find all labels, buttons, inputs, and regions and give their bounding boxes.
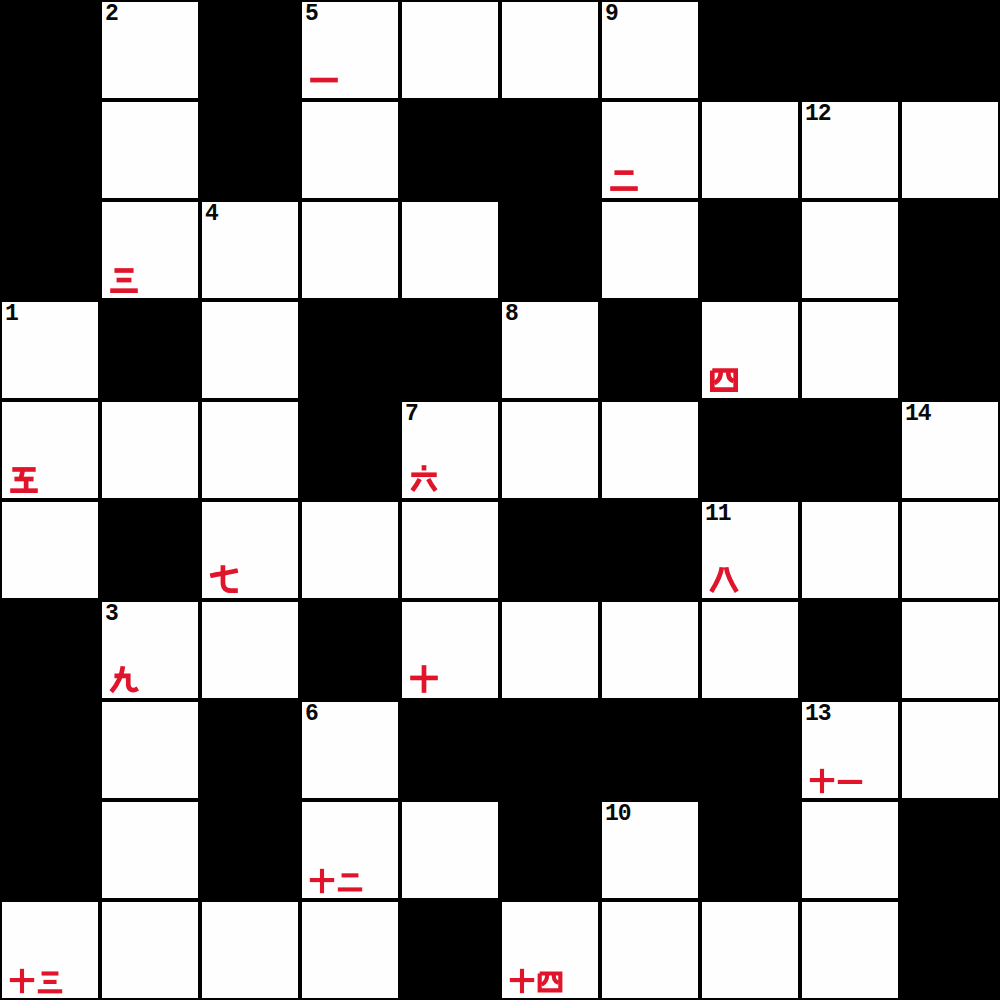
answer-cell[interactable] <box>600 200 700 300</box>
black-cell <box>200 100 300 200</box>
black-cell <box>800 0 900 100</box>
black-cell <box>200 0 300 100</box>
answer-cell[interactable]: 11 <box>700 500 800 600</box>
black-cell <box>0 100 100 200</box>
answer-cell[interactable] <box>100 100 200 200</box>
clue-number: 2 <box>105 2 118 26</box>
answer-cell[interactable]: 8 <box>500 300 600 400</box>
black-cell <box>500 200 600 300</box>
answer-cell[interactable] <box>300 800 400 900</box>
answer-cell[interactable] <box>200 300 300 400</box>
black-cell <box>800 600 900 700</box>
red-chinese-number <box>107 262 141 296</box>
answer-cell[interactable] <box>700 300 800 400</box>
clue-number: 7 <box>405 402 418 426</box>
black-cell <box>0 200 100 300</box>
answer-cell[interactable]: 3 <box>100 600 200 700</box>
black-cell <box>900 200 1000 300</box>
clue-number: 6 <box>305 702 318 726</box>
black-cell <box>500 100 600 200</box>
black-cell <box>300 300 400 400</box>
answer-cell[interactable] <box>100 800 200 900</box>
answer-cell[interactable]: 2 <box>100 0 200 100</box>
answer-cell[interactable]: 6 <box>300 700 400 800</box>
clue-number: 8 <box>505 302 518 326</box>
black-cell <box>600 700 700 800</box>
clue-number: 11 <box>705 502 731 526</box>
red-chinese-number <box>107 662 141 696</box>
red-chinese-number <box>507 966 565 996</box>
answer-cell[interactable] <box>200 400 300 500</box>
answer-cell[interactable] <box>800 900 900 1000</box>
red-chinese-number <box>7 462 41 496</box>
red-chinese-number <box>707 562 741 596</box>
black-cell <box>100 300 200 400</box>
black-cell <box>900 300 1000 400</box>
answer-cell[interactable] <box>400 500 500 600</box>
answer-cell[interactable] <box>500 600 600 700</box>
answer-cell[interactable] <box>800 800 900 900</box>
red-chinese-number <box>607 162 641 196</box>
black-cell <box>500 800 600 900</box>
answer-cell[interactable] <box>400 0 500 100</box>
crossword-board: 2591241871411361310 <box>0 0 1000 1000</box>
black-cell <box>400 300 500 400</box>
red-chinese-number <box>707 362 741 396</box>
black-cell <box>400 900 500 1000</box>
clue-number: 1 <box>5 302 18 326</box>
black-cell <box>600 500 700 600</box>
answer-cell[interactable]: 9 <box>600 0 700 100</box>
black-cell <box>400 100 500 200</box>
clue-number: 13 <box>805 702 831 726</box>
answer-cell[interactable]: 5 <box>300 0 400 100</box>
answer-cell[interactable] <box>0 400 100 500</box>
black-cell <box>300 600 400 700</box>
answer-cell[interactable] <box>600 600 700 700</box>
black-cell <box>700 700 800 800</box>
answer-cell[interactable] <box>200 900 300 1000</box>
black-cell <box>500 500 600 600</box>
black-cell <box>600 300 700 400</box>
answer-cell[interactable] <box>700 900 800 1000</box>
answer-cell[interactable] <box>100 700 200 800</box>
black-cell <box>900 800 1000 900</box>
red-chinese-number <box>407 662 441 696</box>
answer-cell[interactable] <box>900 600 1000 700</box>
black-cell <box>200 800 300 900</box>
answer-cell[interactable] <box>400 600 500 700</box>
answer-cell[interactable] <box>400 800 500 900</box>
answer-cell[interactable]: 12 <box>800 100 900 200</box>
clue-number: 4 <box>205 202 218 226</box>
answer-cell[interactable]: 7 <box>400 400 500 500</box>
answer-cell[interactable] <box>300 200 400 300</box>
red-chinese-number <box>307 62 341 96</box>
red-chinese-number <box>407 462 441 496</box>
black-cell <box>200 700 300 800</box>
answer-cell[interactable] <box>300 500 400 600</box>
answer-cell[interactable] <box>200 600 300 700</box>
answer-cell[interactable] <box>700 100 800 200</box>
black-cell <box>0 0 100 100</box>
answer-cell[interactable] <box>400 200 500 300</box>
answer-cell[interactable] <box>100 400 200 500</box>
answer-cell[interactable] <box>500 0 600 100</box>
answer-cell[interactable] <box>600 400 700 500</box>
answer-cell[interactable] <box>300 900 400 1000</box>
black-cell <box>100 500 200 600</box>
answer-cell[interactable] <box>0 500 100 600</box>
answer-cell[interactable] <box>300 100 400 200</box>
black-cell <box>900 900 1000 1000</box>
answer-cell[interactable] <box>900 100 1000 200</box>
answer-cell[interactable] <box>800 500 900 600</box>
red-chinese-number <box>207 562 241 596</box>
black-cell <box>800 400 900 500</box>
black-cell <box>700 400 800 500</box>
clue-number: 3 <box>105 602 118 626</box>
clue-number: 12 <box>805 102 831 126</box>
black-cell <box>0 800 100 900</box>
answer-cell[interactable] <box>500 900 600 1000</box>
answer-cell[interactable] <box>100 900 200 1000</box>
answer-cell[interactable]: 1 <box>0 300 100 400</box>
answer-cell[interactable]: 14 <box>900 400 1000 500</box>
answer-cell[interactable] <box>900 500 1000 600</box>
black-cell <box>300 400 400 500</box>
answer-cell[interactable]: 10 <box>600 800 700 900</box>
answer-cell[interactable] <box>600 100 700 200</box>
black-cell <box>700 800 800 900</box>
red-chinese-number <box>7 966 65 996</box>
black-cell <box>700 200 800 300</box>
answer-cell[interactable] <box>900 700 1000 800</box>
black-cell <box>0 700 100 800</box>
clue-number: 10 <box>605 802 631 826</box>
red-chinese-number <box>807 766 865 796</box>
answer-cell[interactable] <box>500 400 600 500</box>
answer-cell[interactable]: 4 <box>200 200 300 300</box>
answer-cell[interactable] <box>700 600 800 700</box>
clue-number: 9 <box>605 2 618 26</box>
black-cell <box>0 600 100 700</box>
answer-cell[interactable] <box>800 200 900 300</box>
answer-cell[interactable] <box>200 500 300 600</box>
black-cell <box>900 0 1000 100</box>
red-chinese-number <box>307 866 365 896</box>
answer-cell[interactable] <box>600 900 700 1000</box>
black-cell <box>400 700 500 800</box>
clue-number: 14 <box>905 402 931 426</box>
answer-cell[interactable] <box>800 300 900 400</box>
black-cell <box>700 0 800 100</box>
answer-cell[interactable] <box>0 900 100 1000</box>
answer-cell[interactable] <box>100 200 200 300</box>
clue-number: 5 <box>305 2 318 26</box>
black-cell <box>500 700 600 800</box>
answer-cell[interactable]: 13 <box>800 700 900 800</box>
